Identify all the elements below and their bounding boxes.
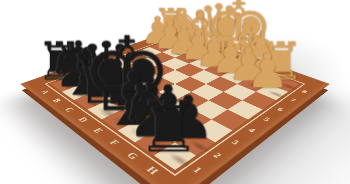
- black-rook-glyph: ♜: [137, 91, 196, 162]
- chess-board-3d-wrap: ♜♞♝♛♚♝♞♜♟♟♟♟♟♟♟♟♟♟♟♟♟♟♟♟♜♞♝♛♚♝♞♜ ABCDEFG…: [20, 29, 329, 184]
- product-photo-scene: ♜♞♝♛♚♝♞♜♟♟♟♟♟♟♟♟♟♟♟♟♟♟♟♟♜♞♝♛♚♝♞♜ ABCDEFG…: [0, 0, 350, 184]
- chess-board: ♜♞♝♛♚♝♞♜♟♟♟♟♟♟♟♟♟♟♟♟♟♟♟♟♜♞♝♛♚♝♞♜ ABCDEFG…: [20, 29, 329, 184]
- white-pawn-glyph: ♟: [245, 47, 290, 95]
- board-grid: ♜♞♝♛♚♝♞♜♟♟♟♟♟♟♟♟♟♟♟♟♟♟♟♟♜♞♝♛♚♝♞♜: [50, 37, 299, 170]
